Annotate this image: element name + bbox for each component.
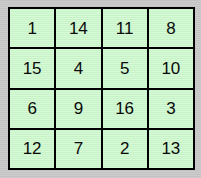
cell-r1c1: 1 (10, 9, 54, 47)
cell-r1c4: 8 (149, 9, 193, 47)
magic-square-diagram: 11411815451069163127213 (0, 0, 201, 178)
cell-r2c3: 5 (103, 49, 147, 87)
cell-r4c4: 13 (149, 130, 193, 168)
cell-r3c1: 6 (10, 90, 54, 128)
cell-r2c2: 4 (56, 49, 100, 87)
cell-r3c4: 3 (149, 90, 193, 128)
cell-r3c2: 9 (56, 90, 100, 128)
cell-r3c3: 16 (103, 90, 147, 128)
cell-r2c4: 10 (149, 49, 193, 87)
cell-r1c2: 14 (56, 9, 100, 47)
magic-square-board: 11411815451069163127213 (8, 7, 195, 170)
cell-r4c1: 12 (10, 130, 54, 168)
cell-r2c1: 15 (10, 49, 54, 87)
cell-r4c2: 7 (56, 130, 100, 168)
cell-r4c3: 2 (103, 130, 147, 168)
cell-r1c3: 11 (103, 9, 147, 47)
